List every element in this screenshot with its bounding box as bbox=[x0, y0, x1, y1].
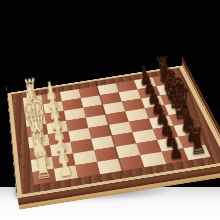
scene: ♜♟♟♜♞♟♟♞♝♟♟♝♚♟♟♚♛♟♟♛♝♟♟♝♞♟♟♞♜♟♟♜ 1234567… bbox=[0, 0, 220, 220]
black-rook-a8[interactable]: ♜ bbox=[175, 121, 219, 162]
white-pawn-a2[interactable]: ♟ bbox=[44, 149, 87, 183]
chess-set-product-photo: ♜♟♟♜♞♟♟♞♝♟♟♝♚♟♟♚♛♟♟♛♝♟♟♝♞♟♟♞♜♟♟♜ 1234567… bbox=[0, 0, 220, 220]
perspective-wrapper: ♜♟♟♜♞♟♟♞♝♟♟♝♚♟♟♚♛♟♟♛♝♟♟♝♞♟♟♞♜♟♟♜ 1234567… bbox=[0, 0, 220, 220]
chess-board: ♜♟♟♜♞♟♟♞♝♟♟♝♚♟♟♚♛♟♟♛♝♟♟♝♞♟♟♞♜♟♟♜ 1234567… bbox=[8, 65, 220, 198]
square-d5[interactable] bbox=[109, 122, 133, 136]
